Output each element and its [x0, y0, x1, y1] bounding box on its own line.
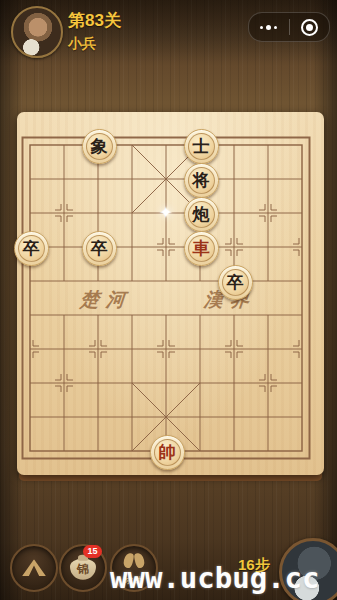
- watermark: www.ucbug.cc: [110, 561, 320, 595]
- player-avatar: [11, 6, 63, 58]
- piece-black-pawn-a[interactable]: 卒: [14, 231, 49, 266]
- target-ring: [301, 19, 318, 36]
- target-icon[interactable]: [290, 19, 330, 36]
- more-dots-icon[interactable]: [249, 25, 289, 30]
- piece-black-pawn-c[interactable]: 卒: [82, 231, 117, 266]
- money-bag-icon: 锦: [70, 559, 96, 580]
- river-label-left: 楚河: [65, 287, 147, 313]
- dot: [274, 26, 277, 29]
- piece-black-elephant[interactable]: 象: [82, 129, 117, 164]
- dot: [266, 25, 271, 30]
- hint-count-badge: 15: [83, 545, 102, 558]
- piece-black-cannon[interactable]: 炮: [184, 197, 219, 232]
- level-title: 第83关: [68, 9, 121, 32]
- dot: [260, 26, 263, 29]
- collapse-menu-button[interactable]: [10, 544, 58, 592]
- player-name: 小兵: [68, 35, 96, 53]
- board[interactable]: 楚河 漢界 象士将炮車卒卒卒帥 ✦: [17, 112, 324, 475]
- piece-black-general[interactable]: 将: [184, 163, 219, 198]
- board-grid: [17, 112, 324, 475]
- chevron-up-icon: [22, 559, 46, 576]
- piece-red-chariot[interactable]: 車: [184, 231, 219, 266]
- highlight-sparkle-icon: ✦: [156, 203, 176, 223]
- piece-red-general[interactable]: 帥: [150, 435, 185, 470]
- piece-black-advisor[interactable]: 士: [184, 129, 219, 164]
- app-screen: 第83关 小兵 楚河 漢界 象士将炮車卒卒卒帥 ✦: [0, 0, 337, 600]
- wechat-capsule: [248, 12, 330, 42]
- piece-black-pawn-g[interactable]: 卒: [218, 265, 253, 300]
- header-bar: 第83关 小兵: [0, 0, 337, 62]
- bag-char: 锦: [77, 561, 89, 578]
